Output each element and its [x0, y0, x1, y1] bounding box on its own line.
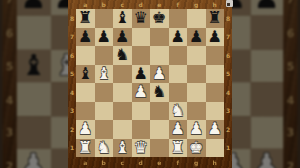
- rank-label-8: 8: [224, 9, 232, 28]
- square-h7[interactable]: ♟: [206, 28, 225, 47]
- piece-white-pawn[interactable]: ♟: [78, 121, 92, 137]
- piece-black-knight[interactable]: ♞: [152, 84, 166, 100]
- file-label-h: h: [206, 0, 225, 9]
- file-label-g: g: [187, 157, 206, 168]
- square-g4[interactable]: [187, 83, 206, 102]
- file-label-c: c: [113, 157, 132, 168]
- watermark-icon: [226, 0, 233, 7]
- square-e1[interactable]: [150, 139, 169, 158]
- piece-black-queen[interactable]: ♛: [134, 10, 148, 26]
- square-f3[interactable]: ♞: [169, 102, 188, 121]
- piece-black-king[interactable]: ♚: [152, 10, 166, 26]
- piece-black-pawn[interactable]: ♟: [189, 29, 203, 45]
- rank-label-8: 8: [68, 9, 76, 28]
- file-label-e: e: [150, 0, 169, 9]
- chess-board[interactable]: abcdefghabcdefgh8765432187654321♜♝♛♚♜♟♟♟…: [68, 0, 232, 168]
- piece-black-pawn[interactable]: ♟: [171, 29, 185, 45]
- square-b1[interactable]: ♞: [95, 139, 114, 158]
- square-h2[interactable]: ♟: [206, 120, 225, 139]
- rank-label-3: 3: [68, 102, 76, 121]
- main-board-layer: abcdefghabcdefgh8765432187654321♜♝♛♚♜♟♟♟…: [0, 0, 300, 168]
- piece-white-king[interactable]: ♚: [189, 140, 203, 156]
- square-h8[interactable]: ♜: [206, 9, 225, 28]
- piece-white-rook[interactable]: ♜: [78, 140, 92, 156]
- square-b7[interactable]: ♟: [95, 28, 114, 47]
- square-d6[interactable]: [132, 46, 151, 65]
- file-label-c: c: [113, 0, 132, 9]
- piece-white-bishop[interactable]: ♝: [115, 140, 129, 156]
- piece-white-pawn[interactable]: ♟: [134, 84, 148, 100]
- piece-white-bishop[interactable]: ♝: [97, 66, 111, 82]
- square-e4[interactable]: ♞: [150, 83, 169, 102]
- square-h5[interactable]: [206, 65, 225, 84]
- square-b8[interactable]: [95, 9, 114, 28]
- rank-label-4: 4: [224, 83, 232, 102]
- square-f8[interactable]: [169, 9, 188, 28]
- square-a3[interactable]: [76, 102, 95, 121]
- piece-black-pawn[interactable]: ♟: [115, 29, 129, 45]
- rank-label-7: 7: [224, 28, 232, 47]
- piece-white-pawn[interactable]: ♟: [171, 121, 185, 137]
- square-c6[interactable]: ♞: [113, 46, 132, 65]
- square-a7[interactable]: ♟: [76, 28, 95, 47]
- square-f7[interactable]: ♟: [169, 28, 188, 47]
- file-label-a: a: [76, 0, 95, 9]
- screenshot-root: abcdefghabcdefgh8765432187654321♜♝♛♚♜♟♟♟…: [0, 0, 300, 168]
- rank-label-6: 6: [224, 46, 232, 65]
- square-b3[interactable]: [95, 102, 114, 121]
- square-g2[interactable]: ♟: [187, 120, 206, 139]
- square-g8[interactable]: [187, 9, 206, 28]
- square-f2[interactable]: ♟: [169, 120, 188, 139]
- file-label-b: b: [95, 157, 114, 168]
- piece-black-rook[interactable]: ♜: [208, 10, 222, 26]
- square-a2[interactable]: ♟: [76, 120, 95, 139]
- square-a6[interactable]: [76, 46, 95, 65]
- square-a4[interactable]: [76, 83, 95, 102]
- rank-label-5: 5: [224, 65, 232, 84]
- file-label-d: d: [132, 157, 151, 168]
- square-c4[interactable]: [113, 83, 132, 102]
- file-label-b: b: [95, 0, 114, 9]
- file-label-f: f: [169, 0, 188, 9]
- square-d7[interactable]: [132, 28, 151, 47]
- rank-labels-left: 87654321: [68, 9, 76, 157]
- piece-black-rook[interactable]: ♜: [78, 10, 92, 26]
- file-label-f: f: [169, 157, 188, 168]
- piece-white-rook[interactable]: ♜: [171, 140, 185, 156]
- square-c7[interactable]: ♟: [113, 28, 132, 47]
- square-c1[interactable]: ♝: [113, 139, 132, 158]
- square-f4[interactable]: [169, 83, 188, 102]
- piece-white-pawn[interactable]: ♟: [208, 121, 222, 137]
- file-label-g: g: [187, 0, 206, 9]
- file-label-d: d: [132, 0, 151, 9]
- file-labels-top: abcdefgh: [76, 0, 224, 9]
- piece-black-bishop[interactable]: ♝: [115, 10, 129, 26]
- piece-white-queen[interactable]: ♛: [134, 140, 148, 156]
- square-a1[interactable]: ♜: [76, 139, 95, 158]
- rank-label-6: 6: [68, 46, 76, 65]
- square-h4[interactable]: [206, 83, 225, 102]
- square-b5[interactable]: ♝: [95, 65, 114, 84]
- rank-label-2: 2: [68, 120, 76, 139]
- rank-label-5: 5: [68, 65, 76, 84]
- piece-white-knight[interactable]: ♞: [97, 140, 111, 156]
- square-b4[interactable]: [95, 83, 114, 102]
- rank-labels-right: 87654321: [224, 9, 232, 157]
- square-c2[interactable]: [113, 120, 132, 139]
- square-e6[interactable]: [150, 46, 169, 65]
- square-g3[interactable]: [187, 102, 206, 121]
- square-d2[interactable]: [132, 120, 151, 139]
- square-h6[interactable]: [206, 46, 225, 65]
- rank-label-3: 3: [224, 102, 232, 121]
- rank-label-4: 4: [68, 83, 76, 102]
- piece-black-pawn[interactable]: ♟: [78, 29, 92, 45]
- square-e5[interactable]: ♟: [150, 65, 169, 84]
- file-labels-bottom: abcdefgh: [76, 157, 224, 168]
- square-d3[interactable]: [132, 102, 151, 121]
- square-h1[interactable]: [206, 139, 225, 158]
- piece-black-bishop[interactable]: ♝: [78, 66, 92, 82]
- square-c8[interactable]: ♝: [113, 9, 132, 28]
- square-a5[interactable]: ♝: [76, 65, 95, 84]
- piece-white-pawn[interactable]: ♟: [152, 66, 166, 82]
- square-a8[interactable]: ♜: [76, 9, 95, 28]
- square-c3[interactable]: [113, 102, 132, 121]
- square-h3[interactable]: [206, 102, 225, 121]
- square-f6[interactable]: [169, 46, 188, 65]
- square-e8[interactable]: ♚: [150, 9, 169, 28]
- file-label-h: h: [206, 157, 225, 168]
- square-e7[interactable]: [150, 28, 169, 47]
- square-b2[interactable]: [95, 120, 114, 139]
- rank-label-1: 1: [224, 139, 232, 158]
- piece-black-knight[interactable]: ♞: [115, 47, 129, 63]
- piece-black-pawn[interactable]: ♟: [97, 29, 111, 45]
- piece-white-pawn[interactable]: ♟: [189, 121, 203, 137]
- square-b6[interactable]: [95, 46, 114, 65]
- square-g5[interactable]: [187, 65, 206, 84]
- file-label-e: e: [150, 157, 169, 168]
- square-f1[interactable]: ♜: [169, 139, 188, 158]
- square-f5[interactable]: [169, 65, 188, 84]
- square-d5[interactable]: ♟: [132, 65, 151, 84]
- square-d4[interactable]: ♟: [132, 83, 151, 102]
- square-e2[interactable]: [150, 120, 169, 139]
- file-label-a: a: [76, 157, 95, 168]
- square-e3[interactable]: [150, 102, 169, 121]
- square-g1[interactable]: ♚: [187, 139, 206, 158]
- square-g6[interactable]: [187, 46, 206, 65]
- square-c5[interactable]: [113, 65, 132, 84]
- piece-white-knight[interactable]: ♞: [171, 103, 185, 119]
- rank-label-1: 1: [68, 139, 76, 158]
- square-g7[interactable]: ♟: [187, 28, 206, 47]
- piece-black-pawn[interactable]: ♟: [208, 29, 222, 45]
- square-d8[interactable]: ♛: [132, 9, 151, 28]
- piece-black-pawn[interactable]: ♟: [134, 66, 148, 82]
- square-d1[interactable]: ♛: [132, 139, 151, 158]
- rank-label-7: 7: [68, 28, 76, 47]
- rank-label-2: 2: [224, 120, 232, 139]
- watermark-icon-inner: [227, 3, 230, 6]
- board-grid: ♜♝♛♚♜♟♟♟♟♟♟♞♝♝♟♟♟♞♞♟♟♟♟♜♞♝♛♜♚: [76, 9, 224, 157]
